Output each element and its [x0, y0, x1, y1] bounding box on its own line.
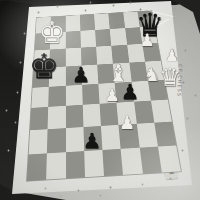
pieces-layer: ♚♛♟♚♟♟♝♞♛♟♟♟♟	[0, 0, 200, 200]
white-king[interactable]: ♚	[39, 18, 66, 48]
white-queen[interactable]: ♛	[159, 65, 181, 90]
white-pawn[interactable]: ♟	[119, 114, 135, 132]
black-king[interactable]: ♚	[29, 49, 59, 83]
black-pawn[interactable]: ♟	[72, 65, 91, 86]
white-pawn[interactable]: ♟	[165, 48, 179, 64]
black-pawn[interactable]: ♟	[121, 82, 140, 103]
photo-frame: CP-CHESS ♞ ♚♛♟♚♟♟♝♞♛♟♟♟♟	[0, 0, 200, 200]
black-pawn[interactable]: ♟	[83, 131, 102, 152]
white-pawn[interactable]: ♟	[139, 32, 154, 49]
white-pawn[interactable]: ♟	[104, 87, 119, 104]
dust-specks	[0, 0, 1, 1]
